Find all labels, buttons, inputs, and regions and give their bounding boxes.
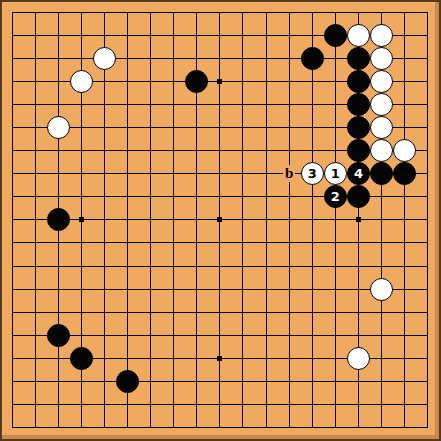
board-cell <box>24 416 47 439</box>
grid-line-v <box>104 208 105 231</box>
grid-line-v <box>427 370 428 393</box>
board-cell <box>139 116 162 139</box>
grid-line-v <box>381 370 382 393</box>
grid-line-h <box>12 266 24 267</box>
board-cell <box>1 347 24 370</box>
board-cell <box>208 24 231 47</box>
board-cell <box>278 301 301 324</box>
grid-line-h <box>12 404 24 405</box>
board-cell <box>93 116 116 139</box>
board-cell <box>416 162 439 185</box>
board-cell <box>231 139 254 162</box>
board-cell <box>1 70 24 93</box>
board-cell <box>1 324 24 347</box>
board-cell <box>370 47 393 70</box>
board-cell <box>255 324 278 347</box>
grid-line-v <box>12 208 13 231</box>
grid-line-v <box>173 416 174 428</box>
grid-line-v <box>312 347 313 370</box>
grid-line-h <box>12 104 24 105</box>
board-cell <box>116 347 139 370</box>
grid-line-h <box>416 196 428 197</box>
grid-line-v <box>266 139 267 162</box>
grid-line-v <box>219 139 220 162</box>
board-cell <box>116 162 139 185</box>
grid-line-h <box>12 81 24 82</box>
grid-line-v <box>35 278 36 301</box>
board-cell <box>47 185 70 208</box>
board-cell <box>70 93 93 116</box>
grid-line-h <box>416 12 428 13</box>
board-cell <box>416 231 439 254</box>
grid-line-v <box>242 162 243 185</box>
board-cell <box>47 301 70 324</box>
board-cell <box>208 393 231 416</box>
board-cell <box>370 93 393 116</box>
grid-line-v <box>150 301 151 324</box>
board-cell <box>255 416 278 439</box>
grid-line-v <box>35 393 36 416</box>
grid-line-v <box>104 416 105 428</box>
board-cell <box>162 1 185 24</box>
grid-line-v <box>404 301 405 324</box>
board-cell <box>324 278 347 301</box>
grid-line-h <box>416 335 428 336</box>
grid-line-v <box>196 301 197 324</box>
grid-line-v <box>312 139 313 162</box>
grid-line-v <box>404 255 405 278</box>
grid-line-v <box>81 231 82 254</box>
grid-line-v <box>289 139 290 162</box>
board-cell <box>185 185 208 208</box>
board-cell <box>231 208 254 231</box>
grid-line-v <box>12 278 13 301</box>
board-cell <box>93 301 116 324</box>
board-cell <box>1 231 24 254</box>
board-cell <box>93 416 116 439</box>
grid-line-v <box>58 278 59 301</box>
board-cell <box>393 370 416 393</box>
grid-line-v <box>173 24 174 47</box>
board-cell <box>324 70 347 93</box>
board-cell <box>347 1 370 24</box>
board-cell <box>416 93 439 116</box>
grid-line-v <box>358 370 359 393</box>
board-cell <box>370 278 393 301</box>
board-cell <box>278 231 301 254</box>
board-cell <box>47 416 70 439</box>
grid-line-v <box>312 185 313 208</box>
grid-line-v <box>104 139 105 162</box>
board-cell: 1 <box>324 162 347 185</box>
grid-line-v <box>127 12 128 24</box>
board-cell <box>47 255 70 278</box>
grid-line-v <box>242 393 243 416</box>
grid-line-v <box>312 12 313 24</box>
board-cell <box>324 416 347 439</box>
grid-line-v <box>150 255 151 278</box>
board-cell <box>393 162 416 185</box>
grid-line-v <box>312 393 313 416</box>
grid-line-v <box>58 93 59 116</box>
grid-line-v <box>404 47 405 70</box>
grid-line-v <box>196 162 197 185</box>
grid-line-v <box>358 278 359 301</box>
grid-line-v <box>150 139 151 162</box>
board-cell <box>231 231 254 254</box>
board-cell <box>416 278 439 301</box>
grid-line-v <box>127 278 128 301</box>
board-cell <box>208 301 231 324</box>
board-cell <box>24 47 47 70</box>
grid-line-v <box>266 185 267 208</box>
grid-line-v <box>266 393 267 416</box>
board-cell <box>255 47 278 70</box>
board-cell <box>231 370 254 393</box>
grid-line-v <box>12 347 13 370</box>
grid-line-v <box>81 93 82 116</box>
board-cell <box>47 347 70 370</box>
board-cell <box>139 1 162 24</box>
grid-line-v <box>173 116 174 139</box>
grid-line-v <box>58 255 59 278</box>
grid-line-v <box>104 162 105 185</box>
grid-line-v <box>242 12 243 24</box>
grid-line-v <box>150 231 151 254</box>
grid-line-v <box>427 208 428 231</box>
grid-line-v <box>12 70 13 93</box>
board-cell <box>116 208 139 231</box>
board-cell <box>139 255 162 278</box>
black-stone <box>347 139 370 162</box>
board-cell <box>185 393 208 416</box>
grid-line-v <box>104 185 105 208</box>
board-cell <box>347 370 370 393</box>
board-cell <box>393 324 416 347</box>
board-cell <box>1 278 24 301</box>
grid-line-v <box>289 12 290 24</box>
board-cell <box>93 347 116 370</box>
board-cell <box>24 231 47 254</box>
grid-line-v <box>219 47 220 70</box>
grid-line-v <box>81 278 82 301</box>
grid-line-v <box>242 70 243 93</box>
board-cell <box>301 47 324 70</box>
board-cell <box>347 47 370 70</box>
board-cell <box>24 93 47 116</box>
grid-line-v <box>427 324 428 347</box>
board-cell <box>93 70 116 93</box>
grid-line-h <box>416 35 428 36</box>
grid-line-v <box>58 70 59 93</box>
board-cell <box>47 139 70 162</box>
board-cell <box>139 416 162 439</box>
grid-line-v <box>381 324 382 347</box>
board-cell <box>347 393 370 416</box>
board-cell <box>208 162 231 185</box>
grid-line-v <box>196 393 197 416</box>
board-cell <box>70 185 93 208</box>
grid-line-h <box>12 335 24 336</box>
board-cell <box>231 301 254 324</box>
grid-line-v <box>150 70 151 93</box>
grid-line-v <box>150 116 151 139</box>
board-cell <box>185 1 208 24</box>
board-cell <box>93 24 116 47</box>
white-stone <box>370 93 393 116</box>
board-cell <box>1 24 24 47</box>
grid-line-v <box>242 93 243 116</box>
board-cell <box>162 231 185 254</box>
board-cell <box>301 301 324 324</box>
board-cell <box>255 70 278 93</box>
grid-line-v <box>242 278 243 301</box>
star-point <box>79 217 84 222</box>
board-cell <box>416 370 439 393</box>
grid-line-v <box>35 324 36 347</box>
grid-line-v <box>219 162 220 185</box>
grid-line-h <box>12 35 24 36</box>
board-cell <box>255 231 278 254</box>
grid-line-v <box>358 416 359 428</box>
board-cell <box>162 370 185 393</box>
board-cell <box>162 70 185 93</box>
grid-line-v <box>173 208 174 231</box>
board-cell: 4 <box>347 162 370 185</box>
grid-line-v <box>35 139 36 162</box>
board-cell <box>301 139 324 162</box>
grid-line-v <box>219 255 220 278</box>
white-stone <box>370 24 393 47</box>
board-cell <box>231 1 254 24</box>
board-cell <box>1 139 24 162</box>
grid-line-v <box>173 324 174 347</box>
grid-line-v <box>404 231 405 254</box>
board-cell <box>116 139 139 162</box>
grid-line-v <box>312 278 313 301</box>
board-cell <box>393 93 416 116</box>
board-cell <box>1 47 24 70</box>
board-cell <box>1 255 24 278</box>
board-cell <box>416 347 439 370</box>
grid-line-v <box>12 416 13 428</box>
grid-line-v <box>150 347 151 370</box>
star-point <box>217 356 222 361</box>
board-cell <box>393 231 416 254</box>
grid-line-v <box>289 347 290 370</box>
grid-line-v <box>427 301 428 324</box>
board-cell <box>255 116 278 139</box>
grid-line-v <box>150 12 151 24</box>
grid-line-v <box>266 370 267 393</box>
grid-line-v <box>104 347 105 370</box>
grid-line-v <box>404 70 405 93</box>
grid-line-v <box>104 301 105 324</box>
board-cell <box>231 324 254 347</box>
board-cell <box>116 301 139 324</box>
grid-line-v <box>289 70 290 93</box>
grid-line-v <box>127 416 128 428</box>
white-stone <box>93 47 116 70</box>
board-cell <box>139 47 162 70</box>
board-cell <box>416 47 439 70</box>
board-cell <box>324 324 347 347</box>
grid-line-v <box>219 393 220 416</box>
grid-line-v <box>127 301 128 324</box>
grid-line-v <box>312 70 313 93</box>
board-cell <box>278 93 301 116</box>
grid-line-v <box>58 139 59 162</box>
grid-line-v <box>12 231 13 254</box>
grid-line-v <box>335 139 336 162</box>
board-cell: b <box>278 162 301 185</box>
grid-line-v <box>35 47 36 70</box>
board-cell <box>1 1 24 24</box>
board-cell <box>93 370 116 393</box>
board-cell <box>393 208 416 231</box>
grid-line-v <box>358 231 359 254</box>
grid-line-v <box>127 47 128 70</box>
grid-line-v <box>58 301 59 324</box>
board-cell <box>47 162 70 185</box>
board-cell <box>416 208 439 231</box>
grid-line-v <box>242 139 243 162</box>
board-cell <box>139 93 162 116</box>
grid-line-v <box>289 185 290 208</box>
grid-line-v <box>58 231 59 254</box>
board-cell <box>370 347 393 370</box>
board-cell <box>162 278 185 301</box>
board-cell <box>70 416 93 439</box>
grid-line-v <box>266 301 267 324</box>
board-cell <box>185 324 208 347</box>
grid-line-v <box>358 324 359 347</box>
board-cell <box>278 347 301 370</box>
grid-line-v <box>219 301 220 324</box>
black-stone <box>347 116 370 139</box>
grid-line-v <box>242 231 243 254</box>
grid-line-v <box>242 347 243 370</box>
grid-line-v <box>427 12 428 24</box>
board-cell <box>255 255 278 278</box>
board-cell <box>185 24 208 47</box>
white-stone <box>370 47 393 70</box>
board-cell <box>370 185 393 208</box>
board-cell <box>47 208 70 231</box>
grid-line-v <box>35 255 36 278</box>
grid-line-h <box>416 219 428 220</box>
board-cell <box>47 278 70 301</box>
board-cell <box>347 324 370 347</box>
board-cell <box>208 47 231 70</box>
board-cell <box>416 116 439 139</box>
grid-line-v <box>12 393 13 416</box>
board-cell <box>231 416 254 439</box>
grid-line-v <box>173 347 174 370</box>
grid-line-v <box>266 255 267 278</box>
board-cell <box>70 301 93 324</box>
board-cell <box>347 416 370 439</box>
board-cell <box>255 301 278 324</box>
board-cell <box>416 255 439 278</box>
board-cell <box>324 208 347 231</box>
board-cell <box>70 231 93 254</box>
grid-line-v <box>81 116 82 139</box>
grid-line-v <box>104 278 105 301</box>
grid-line-v <box>427 139 428 162</box>
grid-line-v <box>427 231 428 254</box>
grid-line-v <box>219 116 220 139</box>
grid-line-v <box>104 324 105 347</box>
board-cell <box>416 416 439 439</box>
grid-line-v <box>242 116 243 139</box>
grid-line-v <box>427 70 428 93</box>
board-cell <box>255 185 278 208</box>
board-cell <box>24 24 47 47</box>
white-stone <box>393 139 416 162</box>
grid-line-v <box>219 93 220 116</box>
white-stone <box>370 278 393 301</box>
board-cell <box>301 185 324 208</box>
grid-line-v <box>335 255 336 278</box>
board-cell <box>1 116 24 139</box>
board-cell <box>231 116 254 139</box>
point-label-b: b <box>283 165 295 182</box>
board-cell <box>301 416 324 439</box>
grid-line-v <box>427 24 428 47</box>
board-cell <box>347 93 370 116</box>
grid-line-v <box>381 301 382 324</box>
board-cell <box>139 231 162 254</box>
board-cell <box>116 324 139 347</box>
board-cell <box>162 185 185 208</box>
board-cell <box>24 347 47 370</box>
board-cell <box>162 93 185 116</box>
star-point <box>217 217 222 222</box>
grid-line-v <box>127 347 128 370</box>
board-cell <box>70 70 93 93</box>
board-cell <box>208 116 231 139</box>
grid-line-v <box>427 93 428 116</box>
grid-line-v <box>312 231 313 254</box>
board-cell <box>47 370 70 393</box>
grid-line-v <box>404 278 405 301</box>
board-cell <box>185 347 208 370</box>
grid-line-v <box>266 324 267 347</box>
board-cell <box>185 255 208 278</box>
grid-line-v <box>81 393 82 416</box>
grid-line-v <box>81 324 82 347</box>
board-cell <box>70 116 93 139</box>
grid-line-v <box>312 208 313 231</box>
board-cell <box>231 347 254 370</box>
board-cell <box>416 1 439 24</box>
board-cell <box>93 185 116 208</box>
grid-line-v <box>127 162 128 185</box>
grid-line-h <box>416 358 428 359</box>
board-cell <box>208 70 231 93</box>
board-cell <box>185 231 208 254</box>
board-cell <box>24 301 47 324</box>
grid-line-v <box>173 47 174 70</box>
board-cell <box>116 278 139 301</box>
grid-line-v <box>196 347 197 370</box>
grid-line-v <box>242 47 243 70</box>
grid-line-h <box>12 58 24 59</box>
board-cell <box>393 70 416 93</box>
grid-line-h <box>416 173 428 174</box>
board-cell <box>324 370 347 393</box>
